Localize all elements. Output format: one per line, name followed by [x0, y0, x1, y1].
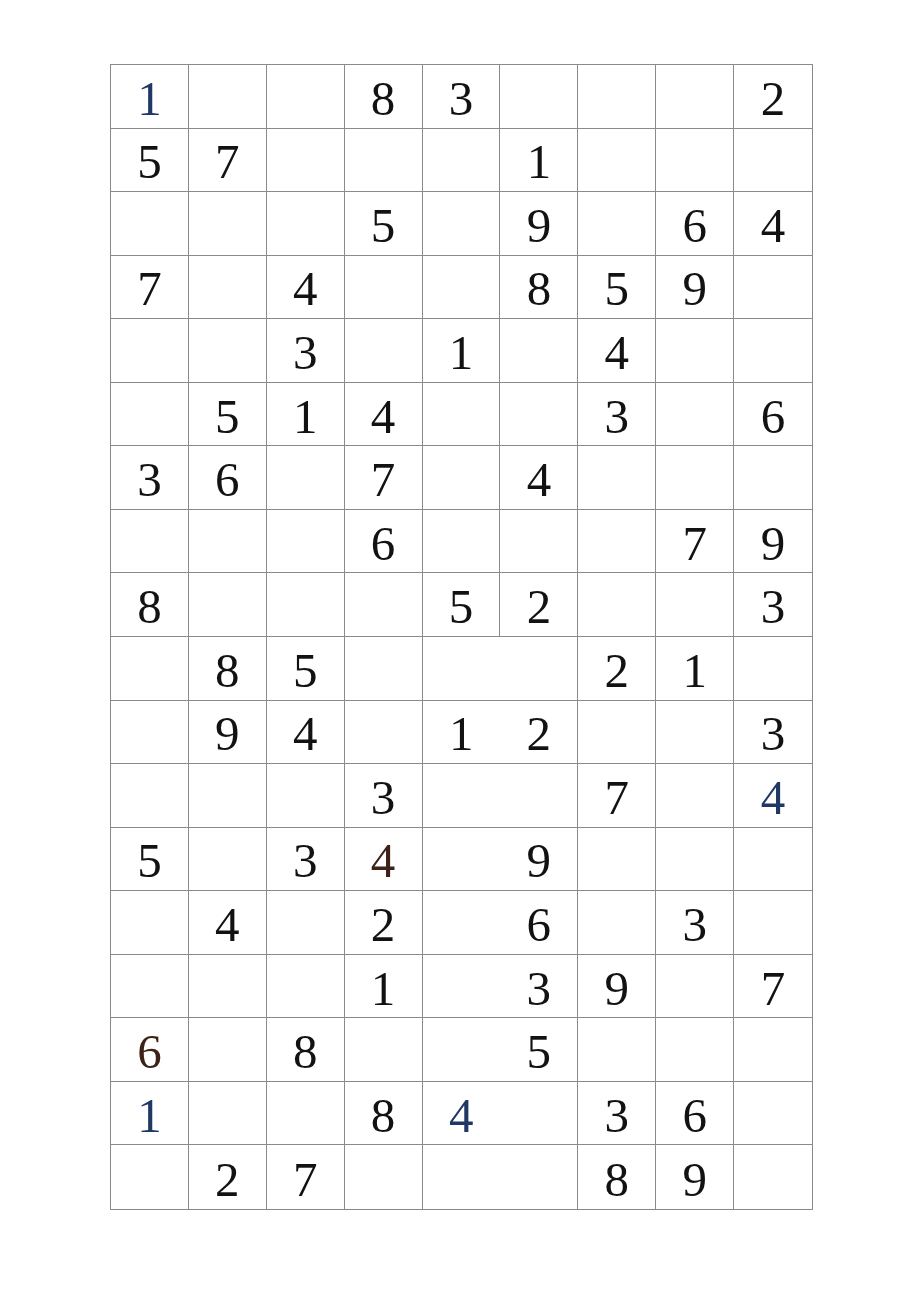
cell-r13c9[interactable]	[734, 828, 812, 892]
sudoku-board: 1832571596474859314514363674679852385219…	[110, 64, 813, 1210]
cell-r10c3[interactable]: 5	[267, 637, 345, 701]
cell-r17c9[interactable]	[734, 1082, 812, 1146]
cell-r10c8[interactable]: 1	[656, 637, 734, 701]
cell-r11c4[interactable]	[345, 701, 423, 765]
cell-r16c1[interactable]: 6	[111, 1018, 189, 1082]
digit-r12c7: 7	[605, 773, 630, 822]
digit-r3c4: 5	[371, 201, 396, 250]
cell-r1c7[interactable]	[578, 65, 656, 129]
cell-r2c2[interactable]: 7	[189, 129, 267, 193]
cell-r12c8[interactable]	[656, 764, 734, 828]
digit-r4c7: 5	[605, 264, 630, 313]
digit-r18c8: 9	[682, 1155, 707, 1204]
cell-r9c1[interactable]: 8	[111, 573, 189, 637]
cell-r3c5[interactable]	[423, 192, 501, 256]
digit-r7c6: 4	[527, 455, 552, 504]
cell-r8c6[interactable]	[500, 510, 578, 574]
cell-r9c3[interactable]	[267, 573, 345, 637]
digit-r15c9: 7	[761, 964, 786, 1013]
cell-r5c5[interactable]: 1	[423, 319, 501, 383]
cell-r17c5c6-merged[interactable]: 4	[423, 1082, 579, 1146]
cell-r5c9[interactable]	[734, 319, 812, 383]
cell-r14c4[interactable]: 2	[345, 891, 423, 955]
digit-r12c4: 3	[371, 773, 396, 822]
cell-r7c9[interactable]	[734, 446, 812, 510]
cell-r4c2[interactable]	[189, 256, 267, 320]
cell-r6c8[interactable]	[656, 383, 734, 447]
cell-r16c4[interactable]	[345, 1018, 423, 1082]
cell-r5c7[interactable]: 4	[578, 319, 656, 383]
cell-r3c2[interactable]	[189, 192, 267, 256]
digit-r6c2: 5	[215, 392, 240, 441]
cell-r17c1[interactable]: 1	[111, 1082, 189, 1146]
cell-r6c9[interactable]: 6	[734, 383, 812, 447]
digit-r12c9: 4	[761, 773, 786, 822]
digit-r16c3: 8	[293, 1027, 318, 1076]
cell-r16c6-slot[interactable]: 5	[500, 1018, 577, 1081]
cell-r12c9[interactable]: 4	[734, 764, 812, 828]
cell-r12c2[interactable]	[189, 764, 267, 828]
cell-r10c5c6-merged[interactable]	[423, 637, 579, 701]
cell-r7c5[interactable]	[423, 446, 501, 510]
cell-r12c5-slot[interactable]	[423, 764, 500, 827]
cell-r15c1[interactable]	[111, 955, 189, 1019]
cell-r6c2[interactable]: 5	[189, 383, 267, 447]
digit-r7c4: 7	[371, 455, 396, 504]
cell-r5c6[interactable]	[500, 319, 578, 383]
cell-r16c8[interactable]	[656, 1018, 734, 1082]
cell-r1c8[interactable]	[656, 65, 734, 129]
cell-r13c5-slot[interactable]	[423, 828, 500, 891]
digit-r1c9: 2	[761, 74, 786, 123]
cell-r11c6-slot[interactable]: 2	[500, 701, 577, 764]
cell-r4c4[interactable]	[345, 256, 423, 320]
digit-r13c3: 3	[293, 836, 318, 885]
cell-r2c3[interactable]	[267, 129, 345, 193]
digit-r7c1: 3	[137, 455, 162, 504]
digit-r10c2: 8	[215, 646, 240, 695]
digit-r10c8: 1	[682, 646, 707, 695]
digit-r11c3: 4	[293, 709, 318, 758]
digit-r18c2: 2	[215, 1155, 240, 1204]
cell-r6c4[interactable]: 4	[345, 383, 423, 447]
cell-r15c4[interactable]: 1	[345, 955, 423, 1019]
cell-r15c2[interactable]	[189, 955, 267, 1019]
cell-r4c6[interactable]: 8	[500, 256, 578, 320]
cell-r18c6-slot[interactable]	[500, 1145, 577, 1209]
digit-r16c6: 5	[526, 1027, 551, 1076]
digit-r3c6: 9	[527, 201, 552, 250]
cell-r18c7[interactable]: 8	[578, 1145, 656, 1209]
cell-r7c1[interactable]: 3	[111, 446, 189, 510]
cell-r8c4[interactable]: 6	[345, 510, 423, 574]
digit-r3c9: 4	[761, 201, 786, 250]
digit-r13c6: 9	[526, 836, 551, 885]
digit-r9c6: 2	[527, 582, 552, 631]
digit-r4c6: 8	[527, 264, 552, 313]
cell-r18c2[interactable]: 2	[189, 1145, 267, 1209]
cell-r9c7[interactable]	[578, 573, 656, 637]
cell-r16c9[interactable]	[734, 1018, 812, 1082]
cell-r2c1[interactable]: 5	[111, 129, 189, 193]
cell-r16c3[interactable]: 8	[267, 1018, 345, 1082]
cell-r11c5-slot[interactable]: 1	[423, 701, 500, 764]
digit-r9c1: 8	[137, 582, 162, 631]
cell-r10c6-slot[interactable]	[500, 637, 577, 700]
digit-r18c7: 8	[605, 1155, 630, 1204]
digit-r1c1: 1	[137, 74, 162, 123]
cell-r3c1[interactable]	[111, 192, 189, 256]
cell-r8c5[interactable]	[423, 510, 501, 574]
cell-r14c6-slot[interactable]: 6	[500, 891, 577, 954]
cell-r11c9[interactable]: 3	[734, 701, 812, 765]
digit-r17c8: 6	[682, 1091, 707, 1140]
cell-r13c3[interactable]: 3	[267, 828, 345, 892]
cell-r4c5[interactable]	[423, 256, 501, 320]
cell-r1c3[interactable]	[267, 65, 345, 129]
cell-r11c3[interactable]: 4	[267, 701, 345, 765]
cell-r6c1[interactable]	[111, 383, 189, 447]
cell-r11c1[interactable]	[111, 701, 189, 765]
cell-r2c4[interactable]	[345, 129, 423, 193]
cell-r1c6[interactable]	[500, 65, 578, 129]
digit-r10c3: 5	[293, 646, 318, 695]
cell-r4c7[interactable]: 5	[578, 256, 656, 320]
cell-r13c8[interactable]	[656, 828, 734, 892]
cell-r11c2[interactable]: 9	[189, 701, 267, 765]
cell-r3c7[interactable]	[578, 192, 656, 256]
cell-r15c3[interactable]	[267, 955, 345, 1019]
cell-r1c1[interactable]: 1	[111, 65, 189, 129]
cell-r11c5c6-merged[interactable]: 12	[423, 701, 579, 765]
digit-r15c6: 3	[526, 964, 551, 1013]
cell-r14c9[interactable]	[734, 891, 812, 955]
cell-r5c8[interactable]	[656, 319, 734, 383]
digit-r16c1: 6	[137, 1027, 162, 1076]
cell-r12c3[interactable]	[267, 764, 345, 828]
cell-r15c6-slot[interactable]: 3	[500, 955, 577, 1018]
cell-r17c6-slot[interactable]	[500, 1082, 577, 1145]
cell-r8c8[interactable]: 7	[656, 510, 734, 574]
cell-r17c8[interactable]: 6	[656, 1082, 734, 1146]
cell-r14c2[interactable]: 4	[189, 891, 267, 955]
cell-r9c9[interactable]: 3	[734, 573, 812, 637]
digit-r15c4: 1	[371, 964, 396, 1013]
cell-r13c7[interactable]	[578, 828, 656, 892]
cell-r10c4[interactable]	[345, 637, 423, 701]
digit-r11c6: 2	[526, 709, 551, 758]
digit-r2c2: 7	[215, 137, 240, 186]
cell-r5c2[interactable]	[189, 319, 267, 383]
cell-r18c5-slot[interactable]	[423, 1145, 500, 1209]
digit-r6c7: 3	[605, 392, 630, 441]
cell-r1c5[interactable]: 3	[423, 65, 501, 129]
cell-r13c2[interactable]	[189, 828, 267, 892]
cell-r13c1[interactable]: 5	[111, 828, 189, 892]
cell-r12c7[interactable]: 7	[578, 764, 656, 828]
cell-r15c5c6-merged[interactable]: 3	[423, 955, 579, 1019]
digit-r5c3: 3	[293, 328, 318, 377]
cell-r4c8[interactable]: 9	[656, 256, 734, 320]
cell-r16c7[interactable]	[578, 1018, 656, 1082]
digit-r9c9: 3	[761, 582, 786, 631]
cell-r2c9[interactable]	[734, 129, 812, 193]
digit-r15c7: 9	[605, 964, 630, 1013]
cell-r15c7[interactable]: 9	[578, 955, 656, 1019]
cell-r10c7[interactable]: 2	[578, 637, 656, 701]
digit-r8c4: 6	[371, 519, 396, 568]
digit-r1c5: 3	[449, 74, 474, 123]
cell-r6c5[interactable]	[423, 383, 501, 447]
cell-r2c8[interactable]	[656, 129, 734, 193]
digit-r2c1: 5	[137, 137, 162, 186]
digit-r17c4: 8	[371, 1091, 396, 1140]
cell-r1c2[interactable]	[189, 65, 267, 129]
digit-r7c2: 6	[215, 455, 240, 504]
cell-r7c6[interactable]: 4	[500, 446, 578, 510]
cell-r2c7[interactable]	[578, 129, 656, 193]
cell-r2c5[interactable]	[423, 129, 501, 193]
cell-r12c1[interactable]	[111, 764, 189, 828]
cell-r8c7[interactable]	[578, 510, 656, 574]
cell-r8c1[interactable]	[111, 510, 189, 574]
cell-r4c1[interactable]: 7	[111, 256, 189, 320]
digit-r6c4: 4	[371, 392, 396, 441]
digit-r4c1: 7	[137, 264, 162, 313]
cell-r4c9[interactable]	[734, 256, 812, 320]
cell-r17c7[interactable]: 3	[578, 1082, 656, 1146]
cell-r5c3[interactable]: 3	[267, 319, 345, 383]
cell-r13c6-slot[interactable]: 9	[500, 828, 577, 891]
cell-r9c5[interactable]: 5	[423, 573, 501, 637]
digit-r17c7: 3	[605, 1091, 630, 1140]
cell-r16c5c6-merged[interactable]: 5	[423, 1018, 579, 1082]
digit-r2c6: 1	[527, 137, 552, 186]
cell-r15c8[interactable]	[656, 955, 734, 1019]
digit-r4c8: 9	[682, 264, 707, 313]
cell-r18c9[interactable]	[734, 1145, 812, 1209]
digit-r8c8: 7	[682, 519, 707, 568]
digit-r17c1: 1	[137, 1091, 162, 1140]
cell-r10c2[interactable]: 8	[189, 637, 267, 701]
cell-r11c7[interactable]	[578, 701, 656, 765]
cell-r1c9[interactable]: 2	[734, 65, 812, 129]
cell-r14c1[interactable]	[111, 891, 189, 955]
cell-r10c9[interactable]	[734, 637, 812, 701]
cell-r5c4[interactable]	[345, 319, 423, 383]
cell-r14c8[interactable]: 3	[656, 891, 734, 955]
digit-r11c5: 1	[449, 709, 474, 758]
cell-r18c4[interactable]	[345, 1145, 423, 1209]
digit-r6c3: 1	[293, 392, 318, 441]
cell-r5c1[interactable]	[111, 319, 189, 383]
cell-r9c6[interactable]: 2	[500, 573, 578, 637]
cell-r7c3[interactable]	[267, 446, 345, 510]
digit-r3c8: 6	[682, 201, 707, 250]
cell-r13c5c6-merged[interactable]: 9	[423, 828, 579, 892]
cell-r10c5-slot[interactable]	[423, 637, 500, 700]
cell-r14c7[interactable]	[578, 891, 656, 955]
digit-r5c5: 1	[449, 328, 474, 377]
cell-r17c4[interactable]: 8	[345, 1082, 423, 1146]
digit-r11c9: 3	[761, 709, 786, 758]
cell-r14c5c6-merged[interactable]: 6	[423, 891, 579, 955]
cell-r15c9[interactable]: 7	[734, 955, 812, 1019]
digit-r14c8: 3	[682, 900, 707, 949]
cell-r2c6[interactable]: 1	[500, 129, 578, 193]
cell-r8c9[interactable]: 9	[734, 510, 812, 574]
cell-r17c3[interactable]	[267, 1082, 345, 1146]
cell-r6c3[interactable]: 1	[267, 383, 345, 447]
digit-r5c7: 4	[605, 328, 630, 377]
cell-r15c5-slot[interactable]	[423, 955, 500, 1018]
digit-r6c9: 6	[761, 392, 786, 441]
cell-r7c4[interactable]: 7	[345, 446, 423, 510]
cell-r6c7[interactable]: 3	[578, 383, 656, 447]
digit-r8c9: 9	[761, 519, 786, 568]
digit-r9c5: 5	[449, 582, 474, 631]
cell-r12c6-slot[interactable]	[500, 764, 577, 827]
cell-r16c2[interactable]	[189, 1018, 267, 1082]
cell-r12c5c6-merged[interactable]	[423, 764, 579, 828]
cell-r3c8[interactable]: 6	[656, 192, 734, 256]
cell-r9c8[interactable]	[656, 573, 734, 637]
cell-r9c4[interactable]	[345, 573, 423, 637]
cell-r18c8[interactable]: 9	[656, 1145, 734, 1209]
cell-r14c5-slot[interactable]	[423, 891, 500, 954]
cell-r7c7[interactable]	[578, 446, 656, 510]
cell-r4c3[interactable]: 4	[267, 256, 345, 320]
cell-r7c8[interactable]	[656, 446, 734, 510]
cell-r8c2[interactable]	[189, 510, 267, 574]
cell-r17c2[interactable]	[189, 1082, 267, 1146]
digit-r14c4: 2	[371, 900, 396, 949]
cell-r8c3[interactable]	[267, 510, 345, 574]
digit-r1c4: 8	[371, 74, 396, 123]
digit-r18c3: 7	[293, 1155, 318, 1204]
digit-r11c2: 9	[215, 709, 240, 758]
cell-r3c3[interactable]	[267, 192, 345, 256]
cell-r12c4[interactable]: 3	[345, 764, 423, 828]
cell-r9c2[interactable]	[189, 573, 267, 637]
cell-r3c6[interactable]: 9	[500, 192, 578, 256]
digit-r14c6: 6	[526, 900, 551, 949]
cell-r16c5-slot[interactable]	[423, 1018, 500, 1081]
digit-r13c1: 5	[137, 836, 162, 885]
digit-r13c4: 4	[371, 836, 396, 885]
cell-r17c5-slot[interactable]: 4	[423, 1082, 500, 1145]
cell-r14c3[interactable]	[267, 891, 345, 955]
cell-r6c6[interactable]	[500, 383, 578, 447]
digit-r14c2: 4	[215, 900, 240, 949]
digit-r17c5: 4	[449, 1091, 474, 1140]
digit-r4c3: 4	[293, 264, 318, 313]
cell-r11c8[interactable]	[656, 701, 734, 765]
cell-r7c2[interactable]: 6	[189, 446, 267, 510]
cell-r18c1[interactable]	[111, 1145, 189, 1209]
cell-r1c4[interactable]: 8	[345, 65, 423, 129]
cell-r3c9[interactable]: 4	[734, 192, 812, 256]
cell-r10c1[interactable]	[111, 637, 189, 701]
cell-r13c4[interactable]: 4	[345, 828, 423, 892]
cell-r18c5c6-merged[interactable]	[423, 1145, 579, 1209]
cell-r3c4[interactable]: 5	[345, 192, 423, 256]
cell-r18c3[interactable]: 7	[267, 1145, 345, 1209]
digit-r10c7: 2	[605, 646, 630, 695]
